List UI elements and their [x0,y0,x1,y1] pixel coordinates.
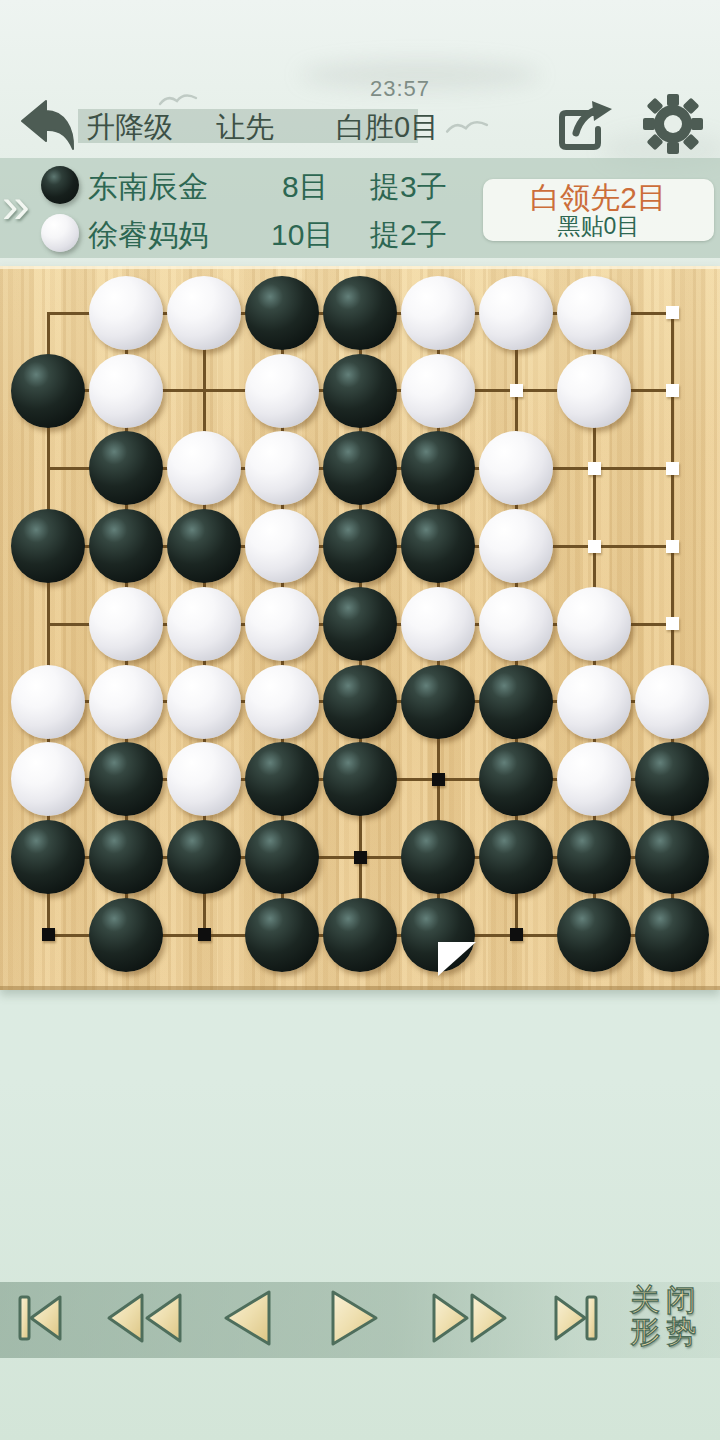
black-player-name: 东南辰金 [88,170,208,204]
board-point-r4c6[interactable] [399,507,477,585]
board-point-r8c3[interactable] [165,818,243,896]
go-board [0,266,720,990]
black-stone [635,742,709,816]
black-stone [479,665,553,739]
black-stone [635,898,709,972]
black-territory-marker [354,851,367,864]
board-point-r9c8[interactable] [555,896,633,974]
bird-icon [445,116,489,136]
board-point-r9c2[interactable] [87,896,165,974]
black-stone [479,820,553,894]
white-stone [245,509,319,583]
board-point-r9c4[interactable] [243,896,321,974]
board-point-r8c2[interactable] [87,818,165,896]
white-stone [479,587,553,661]
board-point-r8c8[interactable] [555,818,633,896]
white-stone [245,587,319,661]
white-territory-marker [510,384,523,397]
board-point-r4c2[interactable] [87,507,165,585]
board-point-r2c4[interactable] [243,352,321,430]
white-player-name: 徐睿妈妈 [88,218,208,252]
white-stone [557,587,631,661]
board-point-r4c3[interactable] [165,507,243,585]
black-stone [323,509,397,583]
black-territory-marker [42,928,55,941]
close-situation-line2: 形势 [630,1316,710,1348]
board-point-r5c2[interactable] [87,585,165,663]
black-player-stone-icon [41,166,79,204]
white-stone [479,431,553,505]
black-territory-count: 8目 [282,170,329,204]
board-point-r1c4[interactable] [243,274,321,352]
board-point-r3c9[interactable] [633,430,711,508]
fast-rewind-button[interactable] [102,1292,186,1344]
board-point-r5c3[interactable] [165,585,243,663]
board-point-r2c9[interactable] [633,352,711,430]
lead-text: 白领先2目 [483,182,714,214]
white-captures: 提2子 [370,218,447,252]
board-point-r9c3[interactable] [165,896,243,974]
board-point-r2c8[interactable] [555,352,633,430]
score-verdict-box: 白领先2目 黑贴0目 [483,179,714,241]
board-point-r6c4[interactable] [243,663,321,741]
black-stone [401,431,475,505]
white-stone [557,742,631,816]
handicap-label: 让先 [216,111,274,143]
board-point-r1c5[interactable] [321,274,399,352]
white-stone [167,665,241,739]
board-point-r3c8[interactable] [555,430,633,508]
black-stone [245,742,319,816]
black-stone [323,276,397,350]
board-point-r9c1[interactable] [9,896,87,974]
white-stone [245,354,319,428]
white-player-stone-icon [41,214,79,252]
expand-panel-button[interactable]: » [2,180,30,230]
black-stone [401,665,475,739]
game-info-band: 升降级 让先 白胜0目 [78,109,418,143]
black-stone [323,431,397,505]
board-point-r6c9[interactable] [633,663,711,741]
black-stone [323,665,397,739]
white-stone [479,276,553,350]
black-stone [11,354,85,428]
board-point-r1c3[interactable] [165,274,243,352]
white-territory-marker [666,462,679,475]
bird-icon [158,90,198,108]
fast-forward-button[interactable] [428,1292,512,1344]
board-point-r3c3[interactable] [165,430,243,508]
board-point-r5c8[interactable] [555,585,633,663]
white-stone [89,587,163,661]
board-point-r9c9[interactable] [633,896,711,974]
white-territory-marker [666,306,679,319]
white-stone [401,276,475,350]
board-point-r7c7[interactable] [477,741,555,819]
board-point-r6c8[interactable] [555,663,633,741]
white-stone [245,665,319,739]
result-label: 白胜0目 [336,111,439,143]
board-point-r2c6[interactable] [399,352,477,430]
mode-label: 升降级 [86,111,173,143]
black-stone [89,509,163,583]
white-stone [557,665,631,739]
black-territory-marker [510,928,523,941]
board-point-r6c2[interactable] [87,663,165,741]
step-back-button[interactable] [218,1288,276,1348]
white-stone [401,354,475,428]
board-point-r7c2[interactable] [87,741,165,819]
white-stone [401,587,475,661]
black-stone [323,354,397,428]
board-point-r3c4[interactable] [243,430,321,508]
board-point-r8c9[interactable] [633,818,711,896]
black-territory-marker [432,773,445,786]
black-stone [11,509,85,583]
close-situation-toggle[interactable]: 关闭 形势 [630,1284,710,1348]
board-point-r7c4[interactable] [243,741,321,819]
black-stone [323,587,397,661]
board-point-r5c6[interactable] [399,585,477,663]
board-point-r3c6[interactable] [399,430,477,508]
white-stone [167,431,241,505]
black-stone [557,898,631,972]
black-stone [89,742,163,816]
black-stone [245,820,319,894]
board-point-r4c7[interactable] [477,507,555,585]
white-territory-marker [588,462,601,475]
board-point-r5c7[interactable] [477,585,555,663]
board-point-r3c2[interactable] [87,430,165,508]
black-stone [11,820,85,894]
black-stone [401,820,475,894]
board-point-r1c8[interactable] [555,274,633,352]
board-point-r6c7[interactable] [477,663,555,741]
status-time: 23:57 [340,76,460,102]
black-stone [557,820,631,894]
board-point-r7c1[interactable] [9,741,87,819]
white-stone [167,742,241,816]
board-point-r8c1[interactable] [9,818,87,896]
white-stone [89,354,163,428]
board-point-r8c7[interactable] [477,818,555,896]
board-point-r1c6[interactable] [399,274,477,352]
board-point-r1c9[interactable] [633,274,711,352]
board-point-r2c2[interactable] [87,352,165,430]
black-territory-marker [198,928,211,941]
board-point-r6c1[interactable] [9,663,87,741]
board-point-r5c5[interactable] [321,585,399,663]
black-stone [89,898,163,972]
board-point-r3c5[interactable] [321,430,399,508]
board-point-r7c9[interactable] [633,741,711,819]
white-territory-marker [666,540,679,553]
board-point-r8c4[interactable] [243,818,321,896]
board-point-r4c1[interactable] [9,507,87,585]
board-point-r9c6[interactable] [399,896,477,974]
board-point-r8c6[interactable] [399,818,477,896]
white-stone [167,587,241,661]
black-stone [479,742,553,816]
white-stone [479,509,553,583]
board-point-r7c8[interactable] [555,741,633,819]
board-point-r4c4[interactable] [243,507,321,585]
black-stone [635,820,709,894]
white-stone [557,354,631,428]
board-point-r1c2[interactable] [87,274,165,352]
black-stone [401,509,475,583]
white-stone [11,665,85,739]
komi-text: 黑贴0目 [483,214,714,239]
settings-button[interactable] [642,93,704,155]
board-point-r7c3[interactable] [165,741,243,819]
white-territory-marker [666,384,679,397]
first-move-button[interactable] [16,1292,64,1344]
white-territory-marker [666,617,679,630]
white-stone [167,276,241,350]
board-point-r2c7[interactable] [477,352,555,430]
last-move-button[interactable] [552,1292,600,1344]
board-point-r4c9[interactable] [633,507,711,585]
board-point-r8c5[interactable] [321,818,399,896]
board-point-r2c1[interactable] [9,352,87,430]
black-captures: 提3子 [370,170,447,204]
black-stone [245,276,319,350]
board-point-r4c5[interactable] [321,507,399,585]
board-point-r5c9[interactable] [633,585,711,663]
board-point-r1c7[interactable] [477,274,555,352]
board-point-r3c7[interactable] [477,430,555,508]
black-stone [89,820,163,894]
board-point-r9c7[interactable] [477,896,555,974]
board-point-r1c1[interactable] [9,274,87,352]
board-point-r7c6[interactable] [399,741,477,819]
white-territory-marker [588,540,601,553]
white-stone [89,276,163,350]
white-stone [245,431,319,505]
board-point-r3c1[interactable] [9,430,87,508]
board-point-r9c5[interactable] [321,896,399,974]
board-point-r4c8[interactable] [555,507,633,585]
white-stone [635,665,709,739]
board-point-r5c1[interactable] [9,585,87,663]
black-stone [245,898,319,972]
board-point-r6c6[interactable] [399,663,477,741]
board-point-r7c5[interactable] [321,741,399,819]
board-point-r2c3[interactable] [165,352,243,430]
white-stone [557,276,631,350]
white-stone [11,742,85,816]
board-point-r2c5[interactable] [321,352,399,430]
black-stone [167,820,241,894]
black-stone [89,431,163,505]
board-point-r6c3[interactable] [165,663,243,741]
board-grid [9,274,711,974]
board-point-r5c4[interactable] [243,585,321,663]
step-forward-button[interactable] [326,1288,384,1348]
white-stone [89,665,163,739]
share-button[interactable] [556,99,612,153]
black-stone [323,898,397,972]
white-territory-count: 10目 [271,218,334,252]
app-screen: 23:57 升降级 让先 白胜0目 » [0,0,720,1440]
close-situation-line1: 关闭 [630,1284,710,1316]
back-button[interactable] [18,98,78,152]
black-stone [167,509,241,583]
black-stone [323,742,397,816]
board-point-r6c5[interactable] [321,663,399,741]
